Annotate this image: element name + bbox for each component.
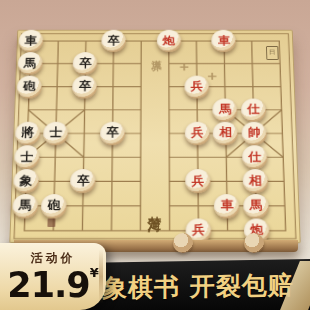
- piece-black-砲: 砲: [16, 75, 42, 98]
- piece-red-兵: 兵: [185, 122, 210, 145]
- currency-symbol: ¥: [90, 265, 99, 280]
- piece-red-兵: 兵: [185, 169, 211, 193]
- piece-red-馬: 馬: [243, 194, 269, 218]
- piece-red-仕: 仕: [242, 145, 268, 169]
- piece-black-士: 士: [43, 122, 69, 145]
- piece-red-相: 相: [242, 169, 268, 193]
- piece-black-象: 象: [13, 169, 39, 193]
- piece-black-卒: 卒: [100, 122, 125, 145]
- piece-black-馬: 馬: [12, 194, 38, 218]
- piece-black-卒: 卒: [70, 169, 96, 193]
- piece-black-砲: 砲: [41, 194, 67, 218]
- pieces-layer: 車馬砲卒卒卒將士卒士象卒馬砲炮車兵馬仕兵相帥仕兵相車馬兵炮: [9, 30, 300, 243]
- piece-red-兵: 兵: [184, 75, 209, 98]
- piece-red-仕: 仕: [241, 98, 266, 121]
- board-perspective-wrap: 漢界 楚河 日 車馬砲卒卒卒將士卒士象卒馬砲炮車兵馬仕兵相帥仕兵相車馬兵炮: [9, 30, 300, 243]
- piece-black-將: 將: [15, 122, 41, 145]
- price-value: 21.9¥: [0, 268, 106, 303]
- piece-black-卒: 卒: [101, 30, 126, 52]
- piece-black-車: 車: [18, 30, 43, 52]
- promo-banner[interactable]: 送象棋书 开裂包赔 活动价 21.9¥: [0, 235, 310, 310]
- price-scroll: 活动价 21.9¥: [0, 243, 106, 310]
- piece-red-馬: 馬: [213, 98, 238, 121]
- piece-red-車: 車: [212, 30, 237, 52]
- piece-black-士: 士: [14, 145, 40, 169]
- piece-red-相: 相: [213, 122, 238, 145]
- price-number: 21.9: [7, 265, 89, 305]
- piece-red-炮: 炮: [157, 30, 182, 52]
- piece-black-卒: 卒: [73, 52, 98, 75]
- piece-red-帥: 帥: [241, 122, 267, 145]
- piece-red-車: 車: [214, 194, 240, 218]
- piece-black-馬: 馬: [17, 52, 42, 75]
- product-photo[interactable]: 漢界 楚河 日 車馬砲卒卒卒將士卒士象卒馬砲炮車兵馬仕兵相帥仕兵相車馬兵炮 送象…: [0, 0, 310, 310]
- xiangqi-board: 漢界 楚河 日 車馬砲卒卒卒將士卒士象卒馬砲炮車兵馬仕兵相帥仕兵相車馬兵炮: [9, 30, 300, 243]
- piece-black-卒: 卒: [72, 75, 97, 98]
